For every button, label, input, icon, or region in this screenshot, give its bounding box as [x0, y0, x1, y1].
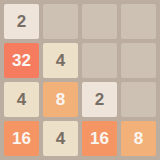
empty-cell	[82, 4, 117, 39]
tile-4: 4	[4, 82, 39, 117]
tile-4: 4	[43, 43, 78, 78]
tile-32: 32	[4, 43, 39, 78]
tile-2: 2	[82, 82, 117, 117]
game-board-2048[interactable]: 2324482164168	[0, 0, 160, 160]
empty-cell	[121, 43, 156, 78]
tile-8: 8	[43, 82, 78, 117]
tile-16: 16	[4, 121, 39, 156]
tile-8: 8	[121, 121, 156, 156]
empty-cell	[43, 4, 78, 39]
empty-cell	[121, 4, 156, 39]
tile-4: 4	[43, 121, 78, 156]
empty-cell	[82, 43, 117, 78]
empty-cell	[121, 82, 156, 117]
tile-16: 16	[82, 121, 117, 156]
tile-2: 2	[4, 4, 39, 39]
